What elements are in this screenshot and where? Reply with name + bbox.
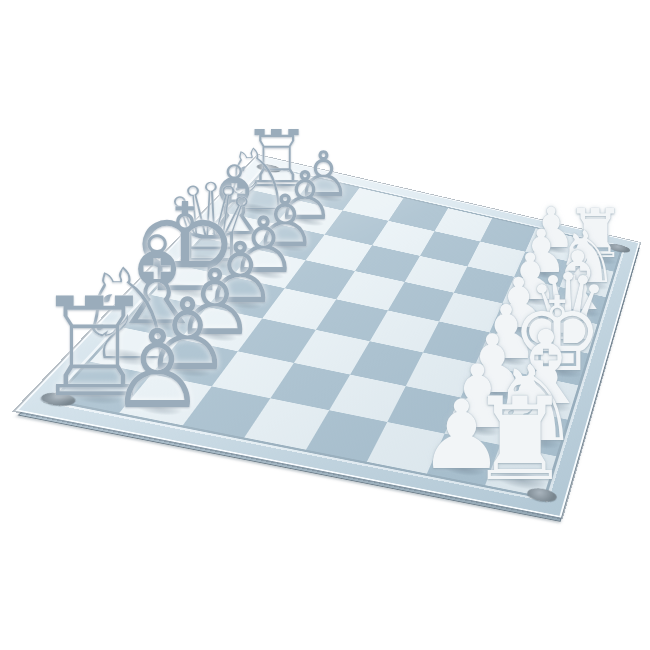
chess-board xyxy=(15,155,639,518)
product-photo: ♖♘♗♕♔♗♘♖♙♙♙♙♙♙♙♙♟♟♟♟♟♟♟♟♜♞♝♛♚♝♞♜ xyxy=(0,0,650,650)
